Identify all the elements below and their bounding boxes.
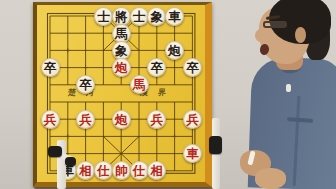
piece-red-兵-r6c6[interactable]: 兵 xyxy=(147,110,166,129)
piece-black-車-r0c7[interactable]: 車 xyxy=(165,7,184,26)
piece-red-帥-r9c4[interactable]: 帥 xyxy=(112,161,131,180)
piece-red-炮-r3c4[interactable]: 炮 xyxy=(112,58,131,77)
piece-red-車-r8c8[interactable]: 車 xyxy=(183,144,202,163)
presenter-hand xyxy=(255,168,286,189)
piece-red-馬-r4c5[interactable]: 馬 xyxy=(130,75,149,94)
piece-red-炮-r6c4[interactable]: 炮 xyxy=(112,110,131,129)
piece-black-士-r0c3[interactable]: 士 xyxy=(94,7,113,26)
piece-black-卒-r3c0[interactable]: 卒 xyxy=(41,58,60,77)
piece-red-仕-r9c5[interactable]: 仕 xyxy=(130,161,149,180)
piece-black-士-r0c5[interactable]: 士 xyxy=(130,7,149,26)
piece-black-炮-r2c7[interactable]: 炮 xyxy=(165,41,184,60)
piece-red-兵-r6c2[interactable]: 兵 xyxy=(76,110,95,129)
piece-black-馬-r1c4[interactable]: 馬 xyxy=(112,24,131,43)
easel-clamp-knob xyxy=(48,146,62,157)
piece-red-兵-r6c0[interactable]: 兵 xyxy=(41,110,60,129)
piece-black-象-r0c6[interactable]: 象 xyxy=(147,7,166,26)
piece-black-卒-r3c8[interactable]: 卒 xyxy=(183,58,202,77)
presenter-nose xyxy=(255,29,266,42)
piece-black-象-r2c4[interactable]: 象 xyxy=(112,41,131,60)
video-frame: 楚河 漢界 士將士象車馬象炮卒卒卒卒車炮馬兵兵炮兵兵車相仕帥仕相 xyxy=(0,0,336,189)
easel-clamp-knob xyxy=(65,157,76,166)
piece-red-兵-r6c8[interactable]: 兵 xyxy=(183,110,202,129)
easel-clamp-right xyxy=(209,136,222,154)
piece-black-將-r0c4[interactable]: 將 xyxy=(112,7,131,26)
presenter-ear xyxy=(295,27,306,43)
lavalier-mic xyxy=(286,84,291,92)
glasses xyxy=(263,21,287,28)
